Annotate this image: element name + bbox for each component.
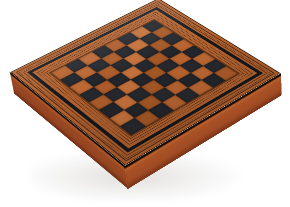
square-c2 [84, 72, 107, 86]
square-g6 [178, 73, 202, 88]
square-h6 [188, 80, 212, 95]
square-d3 [107, 73, 130, 87]
square-g2 [124, 102, 148, 118]
square-h8 [214, 66, 238, 80]
square-f5 [154, 73, 178, 88]
square-h4 [162, 95, 186, 110]
square-g3 [138, 95, 162, 110]
square-d4 [120, 66, 143, 80]
square-e1 [90, 94, 114, 109]
square-h1 [121, 118, 146, 134]
square-h5 [175, 87, 199, 102]
square-e3 [117, 80, 141, 95]
square-b1 [61, 72, 84, 86]
square-a1 [51, 65, 74, 79]
square-g4 [151, 87, 175, 102]
square-g5 [165, 80, 189, 95]
square-f4 [141, 80, 165, 95]
square-f7 [180, 59, 203, 73]
square-h3 [148, 102, 173, 118]
scene-3d [0, 0, 290, 207]
board-top-face [10, 0, 280, 166]
square-e5 [144, 66, 167, 80]
square-f2 [114, 95, 138, 110]
square-d2 [93, 80, 117, 95]
square-f3 [127, 87, 151, 102]
chessboard-box [15, 19, 281, 189]
photo-canvas [0, 0, 290, 207]
square-f6 [167, 66, 190, 80]
square-e2 [103, 87, 127, 102]
square-e4 [130, 73, 154, 88]
square-g1 [110, 110, 135, 126]
square-b2 [74, 65, 97, 79]
square-c3 [97, 66, 120, 80]
square-h2 [135, 110, 160, 126]
square-g7 [190, 66, 214, 80]
square-c1 [70, 80, 93, 95]
square-f1 [100, 102, 124, 118]
square-g8 [203, 59, 226, 73]
square-h7 [201, 73, 225, 88]
square-d1 [80, 87, 104, 102]
square-e6 [157, 59, 180, 73]
board-lid [10, 0, 280, 166]
